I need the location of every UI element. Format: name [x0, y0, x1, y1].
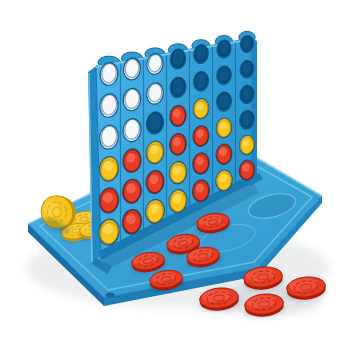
tray-hinge-notch [106, 292, 115, 297]
product-photo [0, 0, 350, 350]
connect-four-scene [0, 0, 350, 350]
panel-right-edge [252, 38, 257, 178]
